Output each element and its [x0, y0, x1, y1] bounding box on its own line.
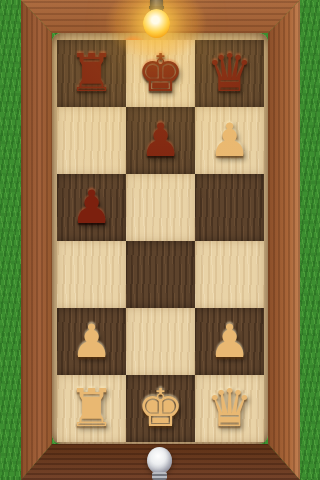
- square-r3c2[interactable]: [126, 174, 195, 241]
- dark-rook[interactable]: ♜: [68, 47, 115, 99]
- square-r1c1[interactable]: ♜: [57, 40, 126, 107]
- square-r5c1[interactable]: ♟: [57, 308, 126, 375]
- top-light-bulb-icon: [143, 9, 170, 38]
- square-r2c3[interactable]: ♟: [195, 107, 264, 174]
- frame-left-rail: [21, 0, 52, 480]
- square-r2c2[interactable]: ♟: [126, 107, 195, 174]
- square-r6c2[interactable]: ♚: [126, 375, 195, 442]
- square-r3c3[interactable]: [195, 174, 264, 241]
- board-squares: ♜♚♛♟♟♟♟♟♜♚♛: [57, 40, 264, 442]
- square-r4c1[interactable]: [57, 241, 126, 308]
- dark-pawn[interactable]: ♟: [140, 117, 181, 163]
- bottom-bulb-socket-icon: [152, 472, 167, 480]
- square-r6c3[interactable]: ♛: [195, 375, 264, 442]
- dark-pawn[interactable]: ♟: [71, 184, 112, 230]
- frame-right-rail: [268, 0, 300, 480]
- square-r6c1[interactable]: ♜: [57, 375, 126, 442]
- dark-queen[interactable]: ♛: [206, 47, 253, 99]
- light-pawn[interactable]: ♟: [71, 318, 112, 364]
- light-pawn[interactable]: ♟: [209, 318, 250, 364]
- dark-king[interactable]: ♚: [137, 47, 184, 99]
- square-r4c3[interactable]: [195, 241, 264, 308]
- square-r3c1[interactable]: ♟: [57, 174, 126, 241]
- square-r1c3[interactable]: ♛: [195, 40, 264, 107]
- light-queen[interactable]: ♛: [206, 382, 253, 434]
- light-king[interactable]: ♚: [137, 382, 184, 434]
- square-r1c2[interactable]: ♚: [126, 40, 195, 107]
- square-r2c1[interactable]: [57, 107, 126, 174]
- bottom-light-bulb-icon: [147, 447, 172, 474]
- app-screen: ♜♚♛♟♟♟♟♟♜♚♛: [0, 0, 320, 480]
- square-r5c3[interactable]: ♟: [195, 308, 264, 375]
- square-r4c2[interactable]: [126, 241, 195, 308]
- board-surface: ♜♚♛♟♟♟♟♟♜♚♛: [52, 33, 268, 444]
- square-r5c2[interactable]: [126, 308, 195, 375]
- light-rook[interactable]: ♜: [68, 382, 115, 434]
- light-pawn[interactable]: ♟: [209, 117, 250, 163]
